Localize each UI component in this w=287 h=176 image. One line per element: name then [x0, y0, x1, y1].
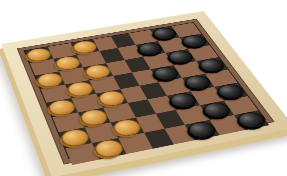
photo-background	[0, 0, 287, 176]
board-apron	[17, 19, 275, 165]
checkers-board	[1, 11, 287, 176]
board-grid	[24, 22, 267, 159]
